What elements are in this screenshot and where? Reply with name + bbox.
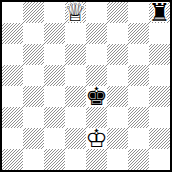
square-c1[interactable] [44,149,65,170]
square-c4[interactable] [44,86,65,107]
piece-white-queen: ♛♕ [65,2,86,23]
square-e4[interactable]: ♚♚ [86,86,107,107]
square-c8[interactable] [44,2,65,23]
square-g5[interactable] [128,65,149,86]
square-g8[interactable] [128,2,149,23]
square-h6[interactable] [149,44,170,65]
square-e1[interactable] [86,149,107,170]
square-h7[interactable] [149,23,170,44]
square-c5[interactable] [44,65,65,86]
square-e2[interactable]: ♚♔ [86,128,107,149]
square-d4[interactable] [65,86,86,107]
piece-black-king: ♚♚ [86,86,107,107]
square-a8[interactable] [2,2,23,23]
square-f6[interactable] [107,44,128,65]
square-f2[interactable] [107,128,128,149]
square-f1[interactable] [107,149,128,170]
square-c2[interactable] [44,128,65,149]
square-f4[interactable] [107,86,128,107]
square-a5[interactable] [2,65,23,86]
square-g4[interactable] [128,86,149,107]
square-b1[interactable] [23,149,44,170]
black-rook-glyph: ♜ [149,2,170,23]
square-b8[interactable] [23,2,44,23]
square-d6[interactable] [65,44,86,65]
square-f8[interactable] [107,2,128,23]
square-d2[interactable] [65,128,86,149]
square-a4[interactable] [2,86,23,107]
square-b7[interactable] [23,23,44,44]
square-e8[interactable] [86,2,107,23]
square-g7[interactable] [128,23,149,44]
square-g2[interactable] [128,128,149,149]
square-b3[interactable] [23,107,44,128]
square-c6[interactable] [44,44,65,65]
square-e6[interactable] [86,44,107,65]
square-a7[interactable] [2,23,23,44]
square-h4[interactable] [149,86,170,107]
chess-board-frame: ♛♕♜♜♚♚♚♔ [0,0,172,172]
square-g6[interactable] [128,44,149,65]
square-b2[interactable] [23,128,44,149]
square-h8[interactable]: ♜♜ [149,2,170,23]
white-king-glyph: ♔ [86,128,107,149]
square-a2[interactable] [2,128,23,149]
square-d3[interactable] [65,107,86,128]
square-a1[interactable] [2,149,23,170]
white-queen-glyph: ♕ [65,2,86,23]
square-b5[interactable] [23,65,44,86]
square-b6[interactable] [23,44,44,65]
square-a6[interactable] [2,44,23,65]
square-b4[interactable] [23,86,44,107]
square-a3[interactable] [2,107,23,128]
black-king-glyph: ♚ [86,86,107,107]
square-d8[interactable]: ♛♕ [65,2,86,23]
square-h1[interactable] [149,149,170,170]
square-f3[interactable] [107,107,128,128]
square-d5[interactable] [65,65,86,86]
square-g1[interactable] [128,149,149,170]
square-c7[interactable] [44,23,65,44]
square-h2[interactable] [149,128,170,149]
square-d1[interactable] [65,149,86,170]
square-e7[interactable] [86,23,107,44]
chess-board: ♛♕♜♜♚♚♚♔ [2,2,170,170]
square-f7[interactable] [107,23,128,44]
square-h5[interactable] [149,65,170,86]
square-d7[interactable] [65,23,86,44]
piece-white-king: ♚♔ [86,128,107,149]
square-c3[interactable] [44,107,65,128]
square-h3[interactable] [149,107,170,128]
piece-black-rook: ♜♜ [149,2,170,23]
square-f5[interactable] [107,65,128,86]
square-g3[interactable] [128,107,149,128]
